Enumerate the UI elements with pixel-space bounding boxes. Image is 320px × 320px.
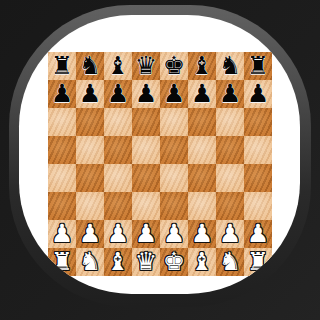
piece-black-pawn[interactable]: ♟	[51, 80, 73, 108]
piece-white-pawn[interactable]: ♟	[79, 220, 101, 248]
square-d4[interactable]	[132, 164, 160, 192]
piece-white-queen[interactable]: ♛	[135, 248, 157, 276]
square-c7[interactable]: ♟	[104, 80, 132, 108]
piece-black-king[interactable]: ♚	[163, 52, 185, 80]
square-c1[interactable]: ♝	[104, 248, 132, 276]
square-g7[interactable]: ♟	[216, 80, 244, 108]
square-d2[interactable]: ♟	[132, 220, 160, 248]
square-a6[interactable]	[48, 108, 76, 136]
square-h8[interactable]: ♜	[244, 52, 272, 80]
piece-black-bishop[interactable]: ♝	[107, 52, 129, 80]
square-e5[interactable]	[160, 136, 188, 164]
square-g3[interactable]	[216, 192, 244, 220]
square-g6[interactable]	[216, 108, 244, 136]
piece-white-pawn[interactable]: ♟	[163, 220, 185, 248]
square-f5[interactable]	[188, 136, 216, 164]
piece-white-knight[interactable]: ♞	[219, 248, 241, 276]
piece-black-knight[interactable]: ♞	[79, 52, 101, 80]
square-e6[interactable]	[160, 108, 188, 136]
square-b3[interactable]	[76, 192, 104, 220]
square-a4[interactable]	[48, 164, 76, 192]
square-e2[interactable]: ♟	[160, 220, 188, 248]
piece-black-bishop[interactable]: ♝	[191, 52, 213, 80]
piece-black-pawn[interactable]: ♟	[163, 80, 185, 108]
piece-white-pawn[interactable]: ♟	[219, 220, 241, 248]
square-a7[interactable]: ♟	[48, 80, 76, 108]
square-b8[interactable]: ♞	[76, 52, 104, 80]
watch-face: ♜♞♝♛♚♝♞♜♟♟♟♟♟♟♟♟♟♟♟♟♟♟♟♟♜♞♝♛♚♝♞♜	[0, 0, 320, 320]
chess-board: ♜♞♝♛♚♝♞♜♟♟♟♟♟♟♟♟♟♟♟♟♟♟♟♟♜♞♝♛♚♝♞♜	[48, 52, 272, 276]
square-h6[interactable]	[244, 108, 272, 136]
square-e1[interactable]: ♚	[160, 248, 188, 276]
square-c6[interactable]	[104, 108, 132, 136]
square-f3[interactable]	[188, 192, 216, 220]
square-e4[interactable]	[160, 164, 188, 192]
square-a3[interactable]	[48, 192, 76, 220]
square-b2[interactable]: ♟	[76, 220, 104, 248]
square-a8[interactable]: ♜	[48, 52, 76, 80]
square-g4[interactable]	[216, 164, 244, 192]
piece-white-bishop[interactable]: ♝	[191, 248, 213, 276]
square-d7[interactable]: ♟	[132, 80, 160, 108]
piece-black-knight[interactable]: ♞	[219, 52, 241, 80]
square-d5[interactable]	[132, 136, 160, 164]
square-d6[interactable]	[132, 108, 160, 136]
piece-white-bishop[interactable]: ♝	[107, 248, 129, 276]
piece-black-pawn[interactable]: ♟	[135, 80, 157, 108]
square-d1[interactable]: ♛	[132, 248, 160, 276]
piece-white-pawn[interactable]: ♟	[51, 220, 73, 248]
square-b6[interactable]	[76, 108, 104, 136]
piece-black-pawn[interactable]: ♟	[219, 80, 241, 108]
piece-black-pawn[interactable]: ♟	[79, 80, 101, 108]
square-d3[interactable]	[132, 192, 160, 220]
watch-screen: ♜♞♝♛♚♝♞♜♟♟♟♟♟♟♟♟♟♟♟♟♟♟♟♟♜♞♝♛♚♝♞♜	[19, 15, 300, 294]
square-f7[interactable]: ♟	[188, 80, 216, 108]
square-b7[interactable]: ♟	[76, 80, 104, 108]
square-c8[interactable]: ♝	[104, 52, 132, 80]
square-h5[interactable]	[244, 136, 272, 164]
square-h3[interactable]	[244, 192, 272, 220]
piece-white-pawn[interactable]: ♟	[135, 220, 157, 248]
square-c2[interactable]: ♟	[104, 220, 132, 248]
piece-white-pawn[interactable]: ♟	[191, 220, 213, 248]
piece-black-queen[interactable]: ♛	[135, 52, 157, 80]
square-e3[interactable]	[160, 192, 188, 220]
square-f8[interactable]: ♝	[188, 52, 216, 80]
piece-black-rook[interactable]: ♜	[247, 52, 269, 80]
square-e7[interactable]: ♟	[160, 80, 188, 108]
piece-black-rook[interactable]: ♜	[51, 52, 73, 80]
piece-white-pawn[interactable]: ♟	[247, 220, 269, 248]
square-a5[interactable]	[48, 136, 76, 164]
square-g8[interactable]: ♞	[216, 52, 244, 80]
square-c3[interactable]	[104, 192, 132, 220]
square-e8[interactable]: ♚	[160, 52, 188, 80]
square-d8[interactable]: ♛	[132, 52, 160, 80]
square-b1[interactable]: ♞	[76, 248, 104, 276]
piece-black-pawn[interactable]: ♟	[191, 80, 213, 108]
piece-white-knight[interactable]: ♞	[79, 248, 101, 276]
piece-white-king[interactable]: ♚	[163, 248, 185, 276]
square-f6[interactable]	[188, 108, 216, 136]
piece-black-pawn[interactable]: ♟	[247, 80, 269, 108]
piece-white-pawn[interactable]: ♟	[107, 220, 129, 248]
square-f1[interactable]: ♝	[188, 248, 216, 276]
square-h4[interactable]	[244, 164, 272, 192]
square-h2[interactable]: ♟	[244, 220, 272, 248]
piece-black-pawn[interactable]: ♟	[107, 80, 129, 108]
square-c5[interactable]	[104, 136, 132, 164]
square-g1[interactable]: ♞	[216, 248, 244, 276]
square-a2[interactable]: ♟	[48, 220, 76, 248]
square-h7[interactable]: ♟	[244, 80, 272, 108]
square-f2[interactable]: ♟	[188, 220, 216, 248]
square-b5[interactable]	[76, 136, 104, 164]
square-c4[interactable]	[104, 164, 132, 192]
square-f4[interactable]	[188, 164, 216, 192]
square-g2[interactable]: ♟	[216, 220, 244, 248]
square-g5[interactable]	[216, 136, 244, 164]
square-b4[interactable]	[76, 164, 104, 192]
